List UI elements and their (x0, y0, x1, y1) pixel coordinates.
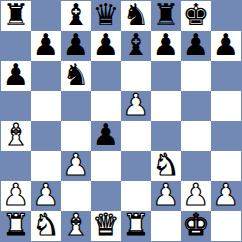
square-g7[interactable]: ♟ (181, 31, 211, 61)
square-f3[interactable]: ♞ (151, 151, 181, 181)
piece-black-pawn[interactable]: ♟ (3, 61, 30, 90)
square-e8[interactable]: ♞ (121, 1, 151, 31)
square-d8[interactable]: ♛ (91, 1, 121, 31)
square-b8[interactable] (31, 1, 61, 31)
piece-white-pawn[interactable]: ♟ (153, 181, 180, 210)
square-g1[interactable]: ♚ (181, 211, 211, 241)
piece-white-pawn[interactable]: ♟ (123, 91, 150, 120)
square-g6[interactable] (181, 61, 211, 91)
square-e5[interactable]: ♟ (121, 91, 151, 121)
piece-white-knight[interactable]: ♞ (153, 151, 180, 180)
piece-black-queen[interactable]: ♛ (93, 1, 120, 30)
piece-black-pawn[interactable]: ♟ (33, 31, 60, 60)
piece-white-rook[interactable]: ♜ (123, 211, 150, 240)
square-c7[interactable]: ♟ (61, 31, 91, 61)
piece-white-king[interactable]: ♚ (183, 211, 210, 240)
square-g4[interactable] (181, 121, 211, 151)
square-g3[interactable] (181, 151, 211, 181)
piece-black-pawn[interactable]: ♟ (183, 31, 210, 60)
square-c6[interactable]: ♞ (61, 61, 91, 91)
square-b1[interactable]: ♞ (31, 211, 61, 241)
square-f2[interactable]: ♟ (151, 181, 181, 211)
piece-white-bishop[interactable]: ♝ (3, 121, 30, 150)
piece-white-pawn[interactable]: ♟ (213, 181, 240, 210)
square-a6[interactable]: ♟ (1, 61, 31, 91)
square-f8[interactable]: ♜ (151, 1, 181, 31)
piece-white-pawn[interactable]: ♟ (33, 181, 60, 210)
square-e7[interactable]: ♝ (121, 31, 151, 61)
square-d5[interactable] (91, 91, 121, 121)
piece-black-pawn[interactable]: ♟ (93, 121, 120, 150)
square-d4[interactable]: ♟ (91, 121, 121, 151)
square-c1[interactable]: ♝ (61, 211, 91, 241)
square-e2[interactable] (121, 181, 151, 211)
square-d7[interactable]: ♟ (91, 31, 121, 61)
square-e6[interactable] (121, 61, 151, 91)
piece-white-pawn[interactable]: ♟ (183, 181, 210, 210)
square-h4[interactable] (211, 121, 241, 151)
square-h3[interactable] (211, 151, 241, 181)
square-d2[interactable] (91, 181, 121, 211)
square-a8[interactable]: ♜ (1, 1, 31, 31)
square-e4[interactable] (121, 121, 151, 151)
piece-white-knight[interactable]: ♞ (33, 211, 60, 240)
square-c4[interactable] (61, 121, 91, 151)
square-b6[interactable] (31, 61, 61, 91)
square-c3[interactable]: ♟ (61, 151, 91, 181)
square-a5[interactable] (1, 91, 31, 121)
square-e3[interactable] (121, 151, 151, 181)
square-a4[interactable]: ♝ (1, 121, 31, 151)
square-h5[interactable] (211, 91, 241, 121)
square-c2[interactable] (61, 181, 91, 211)
square-f5[interactable] (151, 91, 181, 121)
square-b2[interactable]: ♟ (31, 181, 61, 211)
piece-black-pawn[interactable]: ♟ (153, 31, 180, 60)
square-g5[interactable] (181, 91, 211, 121)
piece-white-pawn[interactable]: ♟ (3, 181, 30, 210)
square-f1[interactable] (151, 211, 181, 241)
square-a3[interactable] (1, 151, 31, 181)
square-c5[interactable] (61, 91, 91, 121)
square-h6[interactable] (211, 61, 241, 91)
square-f4[interactable] (151, 121, 181, 151)
piece-white-rook[interactable]: ♜ (3, 211, 30, 240)
piece-black-pawn[interactable]: ♟ (63, 31, 90, 60)
square-a2[interactable]: ♟ (1, 181, 31, 211)
piece-black-pawn[interactable]: ♟ (93, 31, 120, 60)
square-g2[interactable]: ♟ (181, 181, 211, 211)
piece-black-bishop[interactable]: ♝ (63, 1, 90, 30)
piece-white-queen[interactable]: ♛ (93, 211, 120, 240)
piece-black-bishop[interactable]: ♝ (123, 31, 150, 60)
square-b3[interactable] (31, 151, 61, 181)
square-h8[interactable] (211, 1, 241, 31)
square-a1[interactable]: ♜ (1, 211, 31, 241)
piece-black-king[interactable]: ♚ (183, 1, 210, 30)
square-f6[interactable] (151, 61, 181, 91)
piece-white-bishop[interactable]: ♝ (63, 211, 90, 240)
square-f7[interactable]: ♟ (151, 31, 181, 61)
square-e1[interactable]: ♜ (121, 211, 151, 241)
square-g8[interactable]: ♚ (181, 1, 211, 31)
square-c8[interactable]: ♝ (61, 1, 91, 31)
square-a7[interactable] (1, 31, 31, 61)
piece-black-rook[interactable]: ♜ (153, 1, 180, 30)
square-b5[interactable] (31, 91, 61, 121)
piece-black-rook[interactable]: ♜ (3, 1, 30, 30)
square-h2[interactable]: ♟ (211, 181, 241, 211)
square-h7[interactable]: ♟ (211, 31, 241, 61)
piece-white-pawn[interactable]: ♟ (63, 151, 90, 180)
square-d1[interactable]: ♛ (91, 211, 121, 241)
piece-black-knight[interactable]: ♞ (123, 1, 150, 30)
square-d6[interactable] (91, 61, 121, 91)
chess-board: ♜♝♛♞♜♚♟♟♟♝♟♟♟♟♞♟♝♟♟♞♟♟♟♟♟♜♞♝♛♜♚ (0, 0, 242, 242)
piece-black-knight[interactable]: ♞ (63, 61, 90, 90)
square-b4[interactable] (31, 121, 61, 151)
square-d3[interactable] (91, 151, 121, 181)
square-h1[interactable] (211, 211, 241, 241)
piece-black-pawn[interactable]: ♟ (213, 31, 240, 60)
square-b7[interactable]: ♟ (31, 31, 61, 61)
